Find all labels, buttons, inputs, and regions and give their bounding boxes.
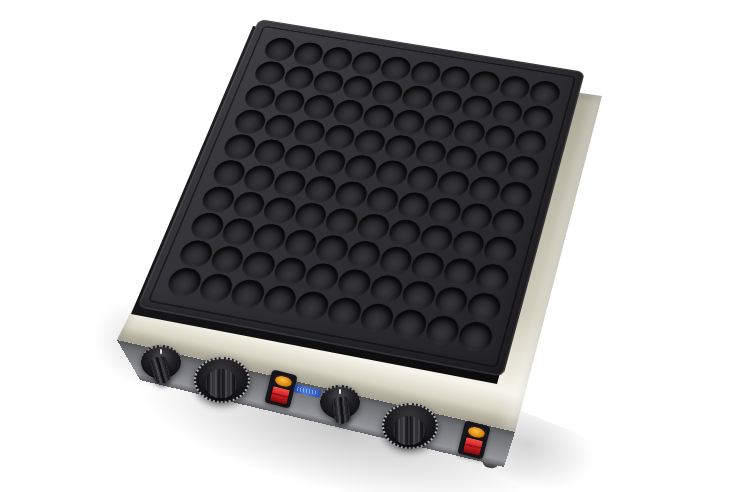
mold-dimple <box>271 88 308 116</box>
mold-dimple <box>261 36 297 63</box>
thermostat-dial-right-cap <box>393 416 425 445</box>
mold-dimple <box>310 69 347 97</box>
mold-dimple <box>437 64 473 92</box>
mold-dimple <box>250 138 288 167</box>
mold-dimple <box>321 123 358 152</box>
mold-dimple <box>330 98 367 126</box>
mold-dimple <box>421 113 458 142</box>
mold-dimple <box>432 285 471 318</box>
mold-dimple <box>195 272 236 305</box>
mold-dimple <box>429 89 465 117</box>
mold-dimple <box>319 45 355 72</box>
mold-dimple <box>451 118 487 147</box>
mold-dimple <box>440 256 479 289</box>
thermostat-dial-right <box>382 403 438 461</box>
mold-dimple <box>351 128 388 157</box>
mold-dimple <box>270 255 310 288</box>
mold-dimple <box>281 64 318 91</box>
timer-knob-right <box>320 385 364 443</box>
thermostat-dial-left-cap <box>205 369 237 398</box>
mold-dimple <box>281 228 321 260</box>
knob-tick <box>160 349 162 354</box>
mold-dimple <box>354 212 393 243</box>
mold-dimple <box>378 55 414 82</box>
product-photo-stage <box>0 0 738 492</box>
mold-dimple <box>270 169 309 199</box>
mold-dimple <box>456 320 496 354</box>
mold-dimple <box>412 138 449 167</box>
mold-dimple <box>363 185 401 216</box>
mold-dimple <box>497 74 532 102</box>
mold-dimple <box>300 93 337 121</box>
thermostat-dial-left <box>194 357 250 415</box>
mold-dimple <box>473 262 512 295</box>
mold-dimple <box>423 314 463 348</box>
mold-dimple <box>281 143 319 173</box>
mold-dimple <box>360 103 397 132</box>
mold-dimple <box>322 206 361 237</box>
mold-dimple <box>291 118 329 147</box>
mold-dimple <box>443 143 480 173</box>
mold-dimple <box>497 180 534 211</box>
mold-dimple <box>399 84 435 112</box>
mold-dimple <box>458 201 496 232</box>
mold-dimple <box>435 169 472 199</box>
mold-dimple <box>229 189 268 220</box>
mold-dimple <box>334 267 374 300</box>
mold-dimple <box>467 69 503 97</box>
mold-dimple <box>505 154 542 184</box>
mold-dimple <box>357 302 397 336</box>
mold-dimple <box>466 175 503 205</box>
mold-dimple <box>302 261 342 294</box>
mold-dimple <box>520 103 556 132</box>
mold-dimple <box>464 291 503 325</box>
mold-dimple <box>407 60 443 87</box>
mold-dimple <box>482 123 518 152</box>
mold-dimple <box>260 195 299 226</box>
mold-dimple <box>481 234 519 266</box>
mold-dimple <box>332 179 370 210</box>
mold-dimple <box>449 228 487 260</box>
mold-dimple <box>291 200 330 231</box>
mold-dimple <box>366 273 406 306</box>
mold-dimple <box>527 79 562 107</box>
mold-dimple <box>349 50 385 77</box>
mold-dimple <box>238 249 278 281</box>
mold-dimple <box>390 108 427 137</box>
mold-dimple <box>381 133 418 162</box>
mold-dimple <box>417 223 455 255</box>
mold-dimple <box>301 174 339 204</box>
mold-dimple <box>490 98 526 126</box>
mold-dimple <box>259 284 300 317</box>
mold-dimple <box>459 93 495 121</box>
mold-dimple <box>312 233 351 265</box>
mold-dimple <box>474 149 511 179</box>
mold-dimple <box>227 278 268 311</box>
mold-dimple <box>403 164 441 194</box>
mold-dimple <box>249 222 289 254</box>
mold-dimple <box>376 245 415 277</box>
mold-dimple <box>372 159 410 189</box>
mold-dimple <box>324 296 364 330</box>
mold-dimple <box>394 190 432 221</box>
mold-dimple <box>399 279 438 312</box>
mold-dimple <box>342 153 380 183</box>
mold-dimple <box>385 217 424 249</box>
mold-dimple <box>513 128 549 157</box>
mold-dimple <box>261 113 299 142</box>
mold-dimple <box>339 74 376 102</box>
mold-dimple <box>369 79 405 107</box>
mold-dimple <box>489 207 527 238</box>
mold-dimple <box>390 308 430 342</box>
knob-tick <box>339 389 341 394</box>
timer-knob-left <box>141 345 185 403</box>
mold-dimple <box>344 239 383 271</box>
mold-dimple <box>408 250 447 282</box>
mold-dimple <box>207 244 247 276</box>
mold-dimple <box>311 148 349 178</box>
mold-dimple <box>240 163 279 193</box>
timer-knob-right-grip <box>332 396 352 425</box>
mold-dimple <box>218 216 258 247</box>
mold-dimple <box>292 290 332 324</box>
mold-dimple <box>290 41 326 68</box>
mold-dimple <box>426 196 464 227</box>
